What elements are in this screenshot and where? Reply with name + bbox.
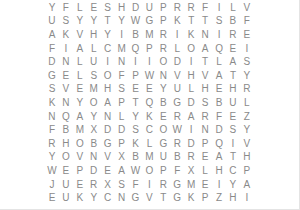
grid-cell-r12-c12[interactable]: E <box>198 151 212 165</box>
grid-cell-r1-c8[interactable]: U <box>142 1 156 15</box>
grid-cell-r6-c13[interactable]: A <box>212 69 226 83</box>
grid-cell-r15-c12[interactable]: P <box>198 191 212 205</box>
grid-cell-r3-c4[interactable]: H <box>87 28 101 42</box>
grid-cell-r9-c3[interactable]: A <box>73 110 87 124</box>
grid-cell-r7-c12[interactable]: H <box>198 83 212 97</box>
grid-cell-r13-c3[interactable]: P <box>73 164 87 178</box>
grid-cell-r3-c12[interactable]: N <box>198 28 212 42</box>
grid-cell-r6-c3[interactable]: L <box>73 69 87 83</box>
grid-cell-r13-c6[interactable]: A <box>115 164 129 178</box>
grid-cell-r14-c9[interactable]: R <box>156 178 170 192</box>
grid-cell-r4-c1[interactable]: F <box>45 42 59 56</box>
grid-cell-r14-c3[interactable]: E <box>73 178 87 192</box>
grid-cell-r8-c2[interactable]: N <box>59 96 73 110</box>
grid-cell-r5-c1[interactable]: D <box>45 55 59 69</box>
grid-cell-r15-c15[interactable]: I <box>240 191 254 205</box>
grid-cell-r14-c10[interactable]: G <box>170 178 184 192</box>
grid-cell-r4-c3[interactable]: A <box>73 42 87 56</box>
grid-cell-r15-c11[interactable]: K <box>184 191 198 205</box>
grid-cell-r4-c6[interactable]: M <box>115 42 129 56</box>
grid-cell-r15-c1[interactable]: E <box>45 191 59 205</box>
grid-cell-r5-c8[interactable]: I <box>142 55 156 69</box>
grid-cell-r9-c15[interactable]: Z <box>240 110 254 124</box>
grid-cell-r4-c11[interactable]: O <box>184 42 198 56</box>
grid-cell-r15-c9[interactable]: T <box>156 191 170 205</box>
grid-cell-r2-c8[interactable]: G <box>142 15 156 29</box>
grid-cell-r1-c11[interactable]: R <box>184 1 198 15</box>
grid-cell-r6-c10[interactable]: V <box>170 69 184 83</box>
grid-cell-r3-c9[interactable]: R <box>156 28 170 42</box>
grid-cell-r3-c10[interactable]: I <box>170 28 184 42</box>
grid-cell-r9-c8[interactable]: K <box>142 110 156 124</box>
grid-cell-r2-c3[interactable]: Y <box>73 15 87 29</box>
grid-cell-r1-c7[interactable]: D <box>129 1 143 15</box>
grid-cell-r7-c8[interactable]: E <box>142 83 156 97</box>
grid-cell-r2-c5[interactable]: T <box>101 15 115 29</box>
grid-cell-r10-c11[interactable]: I <box>184 123 198 137</box>
grid-cell-r10-c4[interactable]: X <box>87 123 101 137</box>
grid-cell-r8-c4[interactable]: O <box>87 96 101 110</box>
grid-cell-r4-c7[interactable]: Q <box>129 42 143 56</box>
grid-cell-r13-c11[interactable]: X <box>184 164 198 178</box>
grid-cell-r14-c12[interactable]: E <box>198 178 212 192</box>
grid-cell-r7-c11[interactable]: L <box>184 83 198 97</box>
grid-cell-r14-c4[interactable]: R <box>87 178 101 192</box>
grid-cell-r2-c1[interactable]: U <box>45 15 59 29</box>
grid-cell-r4-c13[interactable]: Q <box>212 42 226 56</box>
grid-cell-r12-c5[interactable]: V <box>101 151 115 165</box>
grid-cell-r11-c3[interactable]: O <box>73 137 87 151</box>
grid-cell-r6-c11[interactable]: H <box>184 69 198 83</box>
grid-cell-r13-c7[interactable]: W <box>129 164 143 178</box>
grid-cell-r2-c7[interactable]: W <box>129 15 143 29</box>
grid-cell-r9-c1[interactable]: N <box>45 110 59 124</box>
grid-cell-r8-c1[interactable]: K <box>45 96 59 110</box>
grid-cell-r7-c2[interactable]: V <box>59 83 73 97</box>
grid-cell-r14-c1[interactable]: J <box>45 178 59 192</box>
grid-cell-r7-c4[interactable]: M <box>87 83 101 97</box>
grid-cell-r7-c15[interactable]: R <box>240 83 254 97</box>
grid-cell-r4-c4[interactable]: L <box>87 42 101 56</box>
grid-cell-r6-c1[interactable]: G <box>45 69 59 83</box>
grid-cell-r6-c12[interactable]: V <box>198 69 212 83</box>
grid-cell-r3-c7[interactable]: B <box>129 28 143 42</box>
grid-cell-r9-c11[interactable]: A <box>184 110 198 124</box>
grid-cell-r6-c5[interactable]: O <box>101 69 115 83</box>
grid-cell-r1-c6[interactable]: H <box>115 1 129 15</box>
grid-cell-r11-c2[interactable]: H <box>59 137 73 151</box>
grid-cell-r12-c10[interactable]: B <box>170 151 184 165</box>
grid-cell-r6-c15[interactable]: Y <box>240 69 254 83</box>
grid-cell-r13-c8[interactable]: O <box>142 164 156 178</box>
grid-cell-r11-c12[interactable]: P <box>198 137 212 151</box>
grid-cell-r15-c5[interactable]: C <box>101 191 115 205</box>
grid-cell-r4-c8[interactable]: P <box>142 42 156 56</box>
grid-cell-r13-c13[interactable]: H <box>212 164 226 178</box>
grid-cell-r3-c3[interactable]: V <box>73 28 87 42</box>
grid-cell-r14-c6[interactable]: S <box>115 178 129 192</box>
grid-cell-r3-c11[interactable]: K <box>184 28 198 42</box>
grid-cell-r12-c1[interactable]: Y <box>45 151 59 165</box>
grid-cell-r11-c8[interactable]: L <box>142 137 156 151</box>
grid-cell-r8-c14[interactable]: U <box>226 96 240 110</box>
grid-cell-r5-c14[interactable]: A <box>226 55 240 69</box>
grid-cell-r9-c10[interactable]: R <box>170 110 184 124</box>
grid-cell-r7-c10[interactable]: U <box>170 83 184 97</box>
grid-cell-r1-c3[interactable]: L <box>73 1 87 15</box>
grid-cell-r5-c6[interactable]: N <box>115 55 129 69</box>
grid-cell-r9-c9[interactable]: E <box>156 110 170 124</box>
grid-cell-r2-c14[interactable]: B <box>226 15 240 29</box>
grid-cell-r11-c14[interactable]: I <box>226 137 240 151</box>
grid-cell-r11-c9[interactable]: G <box>156 137 170 151</box>
grid-cell-r3-c15[interactable]: E <box>240 28 254 42</box>
grid-cell-r7-c7[interactable]: E <box>129 83 143 97</box>
grid-cell-r8-c13[interactable]: B <box>212 96 226 110</box>
grid-cell-r7-c6[interactable]: S <box>115 83 129 97</box>
grid-cell-r6-c6[interactable]: F <box>115 69 129 83</box>
grid-cell-r4-c12[interactable]: A <box>198 42 212 56</box>
grid-cell-r8-c6[interactable]: P <box>115 96 129 110</box>
grid-cell-r4-c2[interactable]: I <box>59 42 73 56</box>
grid-cell-r10-c14[interactable]: S <box>226 123 240 137</box>
grid-cell-r12-c14[interactable]: T <box>226 151 240 165</box>
grid-cell-r13-c5[interactable]: E <box>101 164 115 178</box>
grid-cell-r12-c6[interactable]: X <box>115 151 129 165</box>
grid-cell-r1-c14[interactable]: L <box>226 1 240 15</box>
grid-cell-r4-c5[interactable]: C <box>101 42 115 56</box>
grid-cell-r1-c1[interactable]: Y <box>45 1 59 15</box>
grid-cell-r9-c2[interactable]: Q <box>59 110 73 124</box>
grid-cell-r15-c6[interactable]: N <box>115 191 129 205</box>
grid-cell-r10-c12[interactable]: N <box>198 123 212 137</box>
grid-cell-r15-c4[interactable]: Y <box>87 191 101 205</box>
grid-cell-r14-c15[interactable]: A <box>240 178 254 192</box>
grid-cell-r6-c14[interactable]: T <box>226 69 240 83</box>
grid-cell-r15-c10[interactable]: G <box>170 191 184 205</box>
grid-cell-r5-c2[interactable]: N <box>59 55 73 69</box>
grid-cell-r15-c2[interactable]: U <box>59 191 73 205</box>
grid-cell-r11-c4[interactable]: B <box>87 137 101 151</box>
grid-cell-r11-c5[interactable]: G <box>101 137 115 151</box>
grid-cell-r1-c10[interactable]: R <box>170 1 184 15</box>
grid-cell-r7-c13[interactable]: E <box>212 83 226 97</box>
grid-cell-r14-c7[interactable]: F <box>129 178 143 192</box>
grid-cell-r10-c2[interactable]: B <box>59 123 73 137</box>
grid-cell-r14-c11[interactable]: M <box>184 178 198 192</box>
grid-cell-r9-c4[interactable]: Y <box>87 110 101 124</box>
grid-cell-r8-c7[interactable]: T <box>129 96 143 110</box>
grid-cell-r4-c9[interactable]: R <box>156 42 170 56</box>
grid-cell-r7-c5[interactable]: H <box>101 83 115 97</box>
grid-cell-r6-c2[interactable]: E <box>59 69 73 83</box>
grid-cell-r3-c8[interactable]: M <box>142 28 156 42</box>
grid-cell-r7-c9[interactable]: Y <box>156 83 170 97</box>
grid-cell-r6-c7[interactable]: P <box>129 69 143 83</box>
grid-cell-r6-c9[interactable]: N <box>156 69 170 83</box>
grid-cell-r5-c10[interactable]: D <box>170 55 184 69</box>
grid-cell-r7-c3[interactable]: E <box>73 83 87 97</box>
grid-cell-r9-c6[interactable]: L <box>115 110 129 124</box>
grid-cell-r5-c4[interactable]: U <box>87 55 101 69</box>
grid-cell-r10-c9[interactable]: O <box>156 123 170 137</box>
word-search-page: YFLESHDUPRRFILVUSYYTYWGPKTTSBFAKVHYIBMRI… <box>0 0 300 210</box>
grid-cell-r12-c8[interactable]: M <box>142 151 156 165</box>
grid-cell-r8-c15[interactable]: L <box>240 96 254 110</box>
grid-cell-r11-c1[interactable]: R <box>45 137 59 151</box>
grid-cell-r5-c3[interactable]: L <box>73 55 87 69</box>
grid-cell-r9-c12[interactable]: R <box>198 110 212 124</box>
grid-cell-r15-c7[interactable]: G <box>129 191 143 205</box>
grid-cell-r1-c12[interactable]: F <box>198 1 212 15</box>
grid-cell-r14-c14[interactable]: Y <box>226 178 240 192</box>
grid-cell-r10-c3[interactable]: M <box>73 123 87 137</box>
grid-cell-r13-c10[interactable]: F <box>170 164 184 178</box>
grid-cell-r15-c13[interactable]: Z <box>212 191 226 205</box>
grid-cell-r13-c12[interactable]: L <box>198 164 212 178</box>
grid-cell-r9-c5[interactable]: N <box>101 110 115 124</box>
grid-cell-r11-c15[interactable]: V <box>240 137 254 151</box>
grid-cell-r4-c10[interactable]: L <box>170 42 184 56</box>
grid-cell-r3-c1[interactable]: A <box>45 28 59 42</box>
grid-cell-r11-c7[interactable]: K <box>129 137 143 151</box>
grid-cell-r12-c13[interactable]: A <box>212 151 226 165</box>
grid-cell-r12-c7[interactable]: B <box>129 151 143 165</box>
grid-cell-r7-c1[interactable]: S <box>45 83 59 97</box>
grid-cell-r11-c6[interactable]: P <box>115 137 129 151</box>
grid-cell-r8-c10[interactable]: G <box>170 96 184 110</box>
grid-cell-r9-c14[interactable]: E <box>226 110 240 124</box>
grid-cell-r1-c9[interactable]: P <box>156 1 170 15</box>
grid-cell-r3-c14[interactable]: R <box>226 28 240 42</box>
grid-cell-r11-c11[interactable]: D <box>184 137 198 151</box>
grid-cell-r2-c13[interactable]: S <box>212 15 226 29</box>
grid-cell-r12-c9[interactable]: U <box>156 151 170 165</box>
grid-cell-r15-c14[interactable]: H <box>226 191 240 205</box>
grid-cell-r9-c7[interactable]: Y <box>129 110 143 124</box>
grid-cell-r5-c9[interactable]: O <box>156 55 170 69</box>
grid-cell-r1-c13[interactable]: I <box>212 1 226 15</box>
grid-cell-r11-c10[interactable]: R <box>170 137 184 151</box>
grid-cell-r7-c14[interactable]: H <box>226 83 240 97</box>
grid-cell-r15-c8[interactable]: V <box>142 191 156 205</box>
word-search-grid: YFLESHDUPRRFILVUSYYTYWGPKTTSBFAKVHYIBMRI… <box>45 1 254 205</box>
grid-cell-r10-c7[interactable]: S <box>129 123 143 137</box>
grid-cell-r5-c7[interactable]: I <box>129 55 143 69</box>
grid-cell-r14-c8[interactable]: I <box>142 178 156 192</box>
grid-cell-r14-c2[interactable]: U <box>59 178 73 192</box>
grid-cell-r2-c6[interactable]: Y <box>115 15 129 29</box>
grid-cell-r15-c3[interactable]: K <box>73 191 87 205</box>
grid-cell-r10-c10[interactable]: W <box>170 123 184 137</box>
grid-cell-r12-c2[interactable]: O <box>59 151 73 165</box>
grid-cell-r4-c15[interactable]: I <box>240 42 254 56</box>
grid-cell-r13-c14[interactable]: C <box>226 164 240 178</box>
grid-cell-r2-c9[interactable]: P <box>156 15 170 29</box>
grid-cell-r1-c5[interactable]: S <box>101 1 115 15</box>
grid-cell-r13-c9[interactable]: P <box>156 164 170 178</box>
grid-cell-r13-c4[interactable]: D <box>87 164 101 178</box>
grid-cell-r5-c15[interactable]: S <box>240 55 254 69</box>
grid-cell-r3-c6[interactable]: I <box>115 28 129 42</box>
grid-cell-r8-c8[interactable]: Q <box>142 96 156 110</box>
grid-cell-r10-c6[interactable]: D <box>115 123 129 137</box>
grid-cell-r14-c13[interactable]: I <box>212 178 226 192</box>
grid-cell-r5-c13[interactable]: L <box>212 55 226 69</box>
grid-cell-r3-c5[interactable]: Y <box>101 28 115 42</box>
grid-cell-r12-c11[interactable]: R <box>184 151 198 165</box>
grid-cell-r6-c4[interactable]: S <box>87 69 101 83</box>
grid-cell-r5-c11[interactable]: I <box>184 55 198 69</box>
grid-cell-r5-c12[interactable]: T <box>198 55 212 69</box>
grid-cell-r12-c15[interactable]: H <box>240 151 254 165</box>
grid-cell-r2-c2[interactable]: S <box>59 15 73 29</box>
grid-cell-r13-c1[interactable]: W <box>45 164 59 178</box>
grid-cell-r8-c9[interactable]: B <box>156 96 170 110</box>
grid-cell-r10-c15[interactable]: Y <box>240 123 254 137</box>
grid-cell-r10-c1[interactable]: F <box>45 123 59 137</box>
grid-cell-r2-c12[interactable]: T <box>198 15 212 29</box>
grid-cell-r12-c3[interactable]: V <box>73 151 87 165</box>
grid-cell-r2-c15[interactable]: F <box>240 15 254 29</box>
grid-cell-r3-c13[interactable]: I <box>212 28 226 42</box>
grid-cell-r2-c10[interactable]: K <box>170 15 184 29</box>
grid-cell-r9-c13[interactable]: F <box>212 110 226 124</box>
grid-cell-r8-c11[interactable]: D <box>184 96 198 110</box>
grid-cell-r8-c5[interactable]: A <box>101 96 115 110</box>
grid-cell-r12-c4[interactable]: N <box>87 151 101 165</box>
grid-cell-r1-c15[interactable]: V <box>240 1 254 15</box>
grid-cell-r13-c15[interactable]: P <box>240 164 254 178</box>
grid-cell-r2-c4[interactable]: Y <box>87 15 101 29</box>
grid-cell-r8-c3[interactable]: Y <box>73 96 87 110</box>
grid-cell-r1-c4[interactable]: E <box>87 1 101 15</box>
grid-cell-r14-c5[interactable]: X <box>101 178 115 192</box>
grid-cell-r13-c2[interactable]: E <box>59 164 73 178</box>
grid-cell-r10-c5[interactable]: D <box>101 123 115 137</box>
grid-cell-r4-c14[interactable]: E <box>226 42 240 56</box>
grid-cell-r6-c8[interactable]: W <box>142 69 156 83</box>
grid-cell-r3-c2[interactable]: K <box>59 28 73 42</box>
grid-cell-r11-c13[interactable]: Q <box>212 137 226 151</box>
grid-cell-r2-c11[interactable]: T <box>184 15 198 29</box>
grid-cell-r5-c5[interactable]: I <box>101 55 115 69</box>
grid-cell-r8-c12[interactable]: S <box>198 96 212 110</box>
grid-cell-r1-c2[interactable]: F <box>59 1 73 15</box>
grid-cell-r10-c13[interactable]: D <box>212 123 226 137</box>
grid-cell-r10-c8[interactable]: C <box>142 123 156 137</box>
